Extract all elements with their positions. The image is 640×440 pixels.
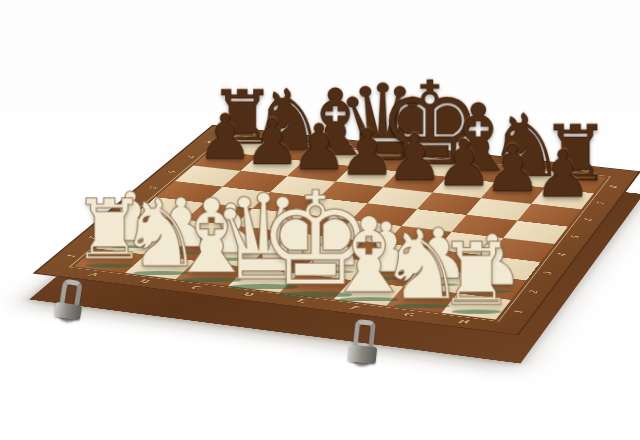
clasp-sleeve (54, 302, 82, 321)
piece-white-rook-h1[interactable]: ♜ (438, 232, 515, 318)
chess-set-photo: ♜♞♝♛♚♝♞♜♟♟♟♟♟♟♟♟♟♟♟♟♟♟♟♟♜♞♝♛♚♝♞♜ ABCDEFG… (0, 0, 640, 440)
metal-clasp-right-icon (347, 319, 380, 374)
chess-board: ♜♞♝♛♚♝♞♜♟♟♟♟♟♟♟♟♟♟♟♟♟♟♟♟♜♞♝♛♚♝♞♜ ABCDEFG… (33, 125, 640, 336)
board-scene: ♜♞♝♛♚♝♞♜♟♟♟♟♟♟♟♟♟♟♟♟♟♟♟♟♜♞♝♛♚♝♞♜ ABCDEFG… (0, 0, 640, 440)
clasp-sleeve (348, 344, 378, 363)
